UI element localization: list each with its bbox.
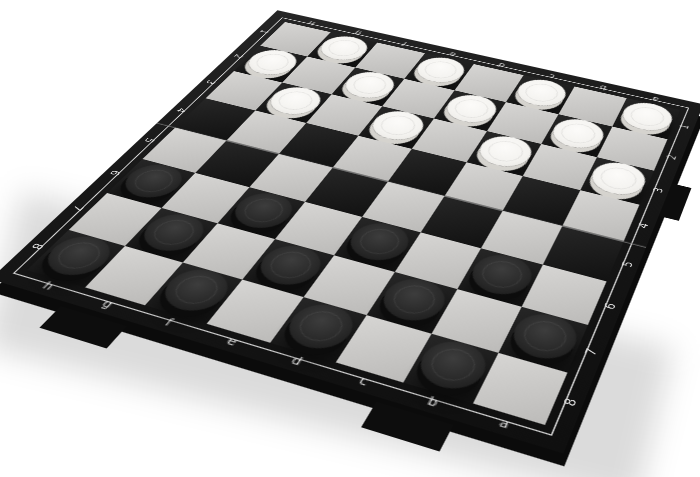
- photo-background: hhggffeeddccbbaa1122334455667788: [0, 0, 700, 477]
